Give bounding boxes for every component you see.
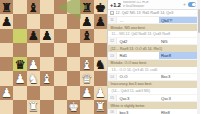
piece-black-pawn[interactable]: ♟ <box>1 15 12 28</box>
square-b3[interactable]: ♟ <box>13 71 26 85</box>
square-a5[interactable] <box>0 43 13 57</box>
square-e3[interactable] <box>54 71 67 85</box>
pv-moves[interactable]: 12. Qd2 Nf5 13. Rd1 Rae8 14. Qe3 <box>116 11 193 15</box>
square-b1[interactable] <box>13 100 26 114</box>
square-e1[interactable] <box>54 100 67 114</box>
panel-scrollbar[interactable] <box>197 0 200 114</box>
piece-white-pawn[interactable]: ♟ <box>95 86 106 99</box>
judgment-comment: (12… Rae8 13. O-O d5 14. Rfe1) <box>108 45 200 52</box>
square-h1[interactable]: ♜ <box>94 100 107 114</box>
move-row: 15Qxc3Qxc3 <box>108 95 200 102</box>
square-b8[interactable] <box>13 0 26 14</box>
variation-line[interactable]: 11… Nf5 12. Qd2 Nxd3 13. Qxd3 Rae8 <box>108 31 200 38</box>
square-f4[interactable] <box>67 57 80 71</box>
move-row: 16bxc3Rfe8 <box>108 109 200 114</box>
square-c2[interactable] <box>27 86 40 100</box>
square-g5[interactable] <box>80 43 93 57</box>
square-c7[interactable] <box>27 14 40 28</box>
piece-white-rook[interactable]: ♜ <box>28 100 39 113</box>
white-move[interactable]: bxc3 <box>117 109 159 114</box>
square-a2[interactable]: ♟ <box>0 86 13 100</box>
piece-white-pawn[interactable]: ♟ <box>14 72 25 85</box>
white-move[interactable]: Qxc3 <box>117 95 159 101</box>
variation-line[interactable]: (14… Qxb3 15. axb3 Nf5) <box>108 88 200 95</box>
black-move[interactable]: Bxc3 <box>159 74 201 80</box>
square-a8[interactable]: ♜ <box>0 0 13 14</box>
square-e2[interactable] <box>54 86 67 100</box>
square-c5[interactable] <box>27 43 40 57</box>
chess-analysis-app: ♜♝♜♚♟♟♟♟♟♝♛♟♝♞♟♞♝♛♟♟♟♜♚♜ +1.2 Stockfish … <box>0 0 200 114</box>
square-d7[interactable] <box>40 14 53 28</box>
engine-toggle[interactable] <box>188 2 196 7</box>
piece-white-pawn[interactable]: ♟ <box>28 58 39 71</box>
square-d8[interactable] <box>40 0 53 14</box>
square-a3[interactable] <box>0 71 13 85</box>
move-number: 11 <box>108 17 117 23</box>
square-f6[interactable] <box>67 29 80 43</box>
square-b2[interactable] <box>13 86 26 100</box>
square-f1[interactable]: ♚ <box>67 100 80 114</box>
piece-black-rook[interactable]: ♜ <box>1 1 12 14</box>
white-move[interactable]: Qd2 <box>117 38 159 44</box>
piece-black-bishop[interactable]: ♝ <box>81 29 92 42</box>
piece-black-pawn[interactable]: ♟ <box>95 15 106 28</box>
square-g7[interactable]: ♟ <box>80 14 93 28</box>
square-c8[interactable]: ♝ <box>27 0 40 14</box>
square-c6[interactable]: ♟ <box>27 29 40 43</box>
square-a6[interactable] <box>0 29 13 43</box>
white-move[interactable]: O-O <box>117 74 159 80</box>
piece-black-queen[interactable]: ♛ <box>14 58 25 71</box>
move-row: 12Qd2Nf5 <box>108 38 200 45</box>
square-e5[interactable] <box>54 43 67 57</box>
square-f2[interactable] <box>67 86 80 100</box>
judgment-comment: Mistake. Nf5 was best. <box>108 24 200 31</box>
square-h6[interactable] <box>94 29 107 43</box>
black-move-current[interactable]: Qb4?! <box>159 17 201 23</box>
chess-board: ♜♝♜♚♟♟♟♟♟♝♛♟♝♞♟♞♝♛♟♟♟♜♚♜ <box>0 0 107 114</box>
analysis-panel: +1.2 Stockfish 11+ HCE in local browser … <box>107 0 200 114</box>
square-b4[interactable]: ♛ <box>13 57 26 71</box>
engine-pv-line[interactable]: ≡ 12. Qd2 Nf5 13. Rd1 Rae8 14. Qe3 … <box>108 10 200 17</box>
square-f3[interactable] <box>67 71 80 85</box>
square-g8[interactable]: ♜ <box>80 0 93 14</box>
square-h8[interactable]: ♚ <box>94 0 107 14</box>
pv-expand-icon[interactable]: ≡ <box>110 11 114 15</box>
judgment-comment: White is slightly better. <box>108 102 200 109</box>
square-e4[interactable] <box>54 57 67 71</box>
white-move[interactable]: Rd1 <box>117 52 159 58</box>
piece-black-king[interactable]: ♚ <box>95 1 106 14</box>
square-e6[interactable] <box>54 29 67 43</box>
square-c1[interactable]: ♜ <box>27 100 40 114</box>
square-d1[interactable] <box>40 100 53 114</box>
piece-black-bishop[interactable]: ♝ <box>28 1 39 14</box>
square-c4[interactable]: ♟ <box>27 57 40 71</box>
move-number: 13 <box>108 52 117 58</box>
judgment-comment: Inaccuracy. bxc3 was best. <box>108 81 200 88</box>
piece-black-pawn[interactable]: ♟ <box>81 15 92 28</box>
square-d3[interactable]: ♝ <box>40 71 53 85</box>
square-f5[interactable] <box>67 43 80 57</box>
piece-white-pawn[interactable]: ♟ <box>81 86 92 99</box>
square-c3[interactable]: ♞ <box>27 71 40 85</box>
move-number: 14 <box>108 74 117 80</box>
board-grid: ♜♝♜♚♟♟♟♟♟♝♛♟♝♞♟♞♝♛♟♟♟♜♚♜ <box>0 0 107 114</box>
move-list: 11…Qb4?!Mistake. Nf5 was best.11… Nf5 12… <box>108 17 200 114</box>
piece-white-bishop[interactable]: ♝ <box>41 72 52 85</box>
square-h3[interactable] <box>94 71 107 85</box>
square-d2[interactable] <box>40 86 53 100</box>
scrollbar-thumb[interactable] <box>198 9 200 33</box>
square-b6[interactable] <box>13 29 26 43</box>
move-row: 13Rd1Rae8 <box>108 52 200 59</box>
piece-white-king[interactable]: ♚ <box>68 100 79 113</box>
black-move[interactable]: Rfe8 <box>159 109 201 114</box>
move-number: 15 <box>108 95 117 101</box>
piece-white-knight[interactable]: ♞ <box>28 72 39 85</box>
black-move-current[interactable]: Rae8 <box>159 52 201 58</box>
engine-header: +1.2 Stockfish 11+ HCE in local browser … <box>108 0 200 10</box>
square-g1[interactable] <box>80 100 93 114</box>
square-d6[interactable]: ♟ <box>40 29 53 43</box>
square-g3[interactable]: ♛ <box>80 71 93 85</box>
piece-black-knight[interactable]: ♞ <box>95 58 106 71</box>
eval-score: +1.2 <box>110 2 121 8</box>
square-b5[interactable] <box>13 43 26 57</box>
piece-white-rook[interactable]: ♜ <box>95 100 106 113</box>
square-b7[interactable] <box>13 14 26 28</box>
piece-black-pawn[interactable]: ♟ <box>28 29 39 42</box>
square-e7[interactable] <box>54 14 67 28</box>
square-h5[interactable] <box>94 43 107 57</box>
move-number: 16 <box>108 109 117 114</box>
square-d5[interactable] <box>40 43 53 57</box>
engine-location: in local browser <box>123 4 145 8</box>
piece-black-rook[interactable]: ♜ <box>81 1 92 14</box>
move-row: 14O-OBxc3 <box>108 74 200 81</box>
judgment-comment: Mistake. O-O was best. <box>108 60 200 67</box>
engine-info: Stockfish 11+ HCE in local browser <box>123 1 181 8</box>
square-h4[interactable]: ♞ <box>94 57 107 71</box>
square-g4[interactable]: ♝ <box>80 57 93 71</box>
square-h2[interactable]: ♟ <box>94 86 107 100</box>
square-f7[interactable] <box>67 14 80 28</box>
move-row: 11…Qb4?! <box>108 17 200 24</box>
square-e8[interactable] <box>54 0 67 14</box>
variation-line[interactable]: 13… O-O 14. Qe3 d5 15. cxd5 <box>108 67 200 74</box>
black-move[interactable]: Qxc3 <box>159 95 201 101</box>
square-a1[interactable] <box>0 100 13 114</box>
white-move[interactable]: … <box>117 17 159 23</box>
square-a4[interactable] <box>0 57 13 71</box>
square-g6[interactable]: ♝ <box>80 29 93 43</box>
piece-black-pawn[interactable]: ♟ <box>41 29 52 42</box>
square-a7[interactable]: ♟ <box>0 14 13 28</box>
threat-button[interactable]: + <box>183 2 186 7</box>
black-move[interactable]: Nf5 <box>159 38 201 44</box>
square-d4[interactable] <box>40 57 53 71</box>
move-number: 12 <box>108 38 117 44</box>
square-f8[interactable] <box>67 0 80 14</box>
square-g2[interactable]: ♟ <box>80 86 93 100</box>
piece-white-bishop[interactable]: ♝ <box>81 58 92 71</box>
piece-white-queen[interactable]: ♛ <box>81 72 92 85</box>
piece-white-pawn[interactable]: ♟ <box>1 86 12 99</box>
toggle-knob-icon <box>192 3 196 7</box>
square-h7[interactable]: ♟ <box>94 14 107 28</box>
